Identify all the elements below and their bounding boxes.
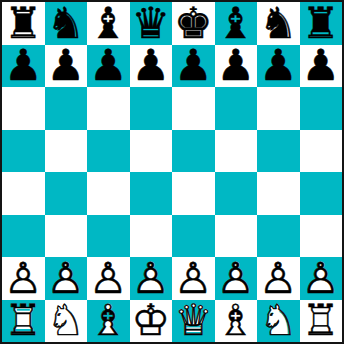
square-a3[interactable] [2, 215, 45, 258]
piece-black-pawn: ♟ [45, 45, 88, 88]
piece-white-rook: ♜♖ [2, 300, 45, 343]
piece-white-knight: ♞♘ [45, 300, 88, 343]
square-c6[interactable] [87, 87, 130, 130]
black-piece-glyph: ♜ [300, 2, 343, 45]
black-piece-glyph: ♞ [45, 2, 88, 45]
square-f2[interactable]: ♟♙ [215, 257, 258, 300]
piece-white-pawn: ♟♙ [87, 257, 130, 300]
piece-white-knight: ♞♘ [257, 300, 300, 343]
black-piece-glyph: ♟ [2, 45, 45, 88]
square-c4[interactable] [87, 172, 130, 215]
square-a7[interactable]: ♟ [2, 45, 45, 88]
square-g6[interactable] [257, 87, 300, 130]
black-piece-glyph: ♟ [87, 45, 130, 88]
piece-black-pawn: ♟ [130, 45, 173, 88]
white-piece-outline: ♙ [215, 257, 258, 300]
square-f7[interactable]: ♟ [215, 45, 258, 88]
square-f4[interactable] [215, 172, 258, 215]
square-e4[interactable] [172, 172, 215, 215]
square-h3[interactable] [300, 215, 343, 258]
square-c3[interactable] [87, 215, 130, 258]
white-piece-outline: ♙ [130, 257, 173, 300]
piece-white-pawn: ♟♙ [257, 257, 300, 300]
square-b8[interactable]: ♞ [45, 2, 88, 45]
black-piece-glyph: ♟ [45, 45, 88, 88]
piece-white-bishop: ♝♗ [87, 300, 130, 343]
square-c8[interactable]: ♝ [87, 2, 130, 45]
square-b5[interactable] [45, 130, 88, 173]
square-a6[interactable] [2, 87, 45, 130]
square-d5[interactable] [130, 130, 173, 173]
piece-white-pawn: ♟♙ [2, 257, 45, 300]
piece-black-pawn: ♟ [2, 45, 45, 88]
square-h5[interactable] [300, 130, 343, 173]
piece-black-knight: ♞ [45, 2, 88, 45]
square-b1[interactable]: ♞♘ [45, 300, 88, 343]
square-h4[interactable] [300, 172, 343, 215]
square-c1[interactable]: ♝♗ [87, 300, 130, 343]
black-piece-glyph: ♟ [300, 45, 343, 88]
square-h6[interactable] [300, 87, 343, 130]
chess-board: ♜♞♝♛♚♝♞♜♟♟♟♟♟♟♟♟♟♙♟♙♟♙♟♙♟♙♟♙♟♙♟♙♜♖♞♘♝♗♚♔… [0, 0, 344, 344]
white-piece-outline: ♗ [87, 300, 130, 343]
square-e5[interactable] [172, 130, 215, 173]
piece-black-queen: ♛ [130, 2, 173, 45]
black-piece-glyph: ♛ [130, 2, 173, 45]
square-h7[interactable]: ♟ [300, 45, 343, 88]
piece-white-pawn: ♟♙ [172, 257, 215, 300]
square-e1[interactable]: ♛♕ [172, 300, 215, 343]
square-d4[interactable] [130, 172, 173, 215]
square-b3[interactable] [45, 215, 88, 258]
white-piece-outline: ♘ [45, 300, 88, 343]
piece-black-rook: ♜ [2, 2, 45, 45]
square-d3[interactable] [130, 215, 173, 258]
piece-black-pawn: ♟ [87, 45, 130, 88]
black-piece-glyph: ♟ [172, 45, 215, 88]
square-g5[interactable] [257, 130, 300, 173]
square-a4[interactable] [2, 172, 45, 215]
piece-black-rook: ♜ [300, 2, 343, 45]
black-piece-glyph: ♝ [215, 2, 258, 45]
square-b2[interactable]: ♟♙ [45, 257, 88, 300]
square-h8[interactable]: ♜ [300, 2, 343, 45]
square-c7[interactable]: ♟ [87, 45, 130, 88]
white-piece-outline: ♕ [172, 300, 215, 343]
square-a8[interactable]: ♜ [2, 2, 45, 45]
square-a2[interactable]: ♟♙ [2, 257, 45, 300]
piece-white-queen: ♛♕ [172, 300, 215, 343]
square-a5[interactable] [2, 130, 45, 173]
square-e6[interactable] [172, 87, 215, 130]
white-piece-outline: ♙ [172, 257, 215, 300]
white-piece-outline: ♙ [257, 257, 300, 300]
black-piece-glyph: ♚ [172, 2, 215, 45]
black-piece-glyph: ♞ [257, 2, 300, 45]
piece-white-pawn: ♟♙ [45, 257, 88, 300]
square-b4[interactable] [45, 172, 88, 215]
piece-white-bishop: ♝♗ [215, 300, 258, 343]
square-e2[interactable]: ♟♙ [172, 257, 215, 300]
square-f3[interactable] [215, 215, 258, 258]
square-h2[interactable]: ♟♙ [300, 257, 343, 300]
square-g3[interactable] [257, 215, 300, 258]
square-f6[interactable] [215, 87, 258, 130]
white-piece-outline: ♖ [2, 300, 45, 343]
square-c5[interactable] [87, 130, 130, 173]
square-g2[interactable]: ♟♙ [257, 257, 300, 300]
piece-black-pawn: ♟ [257, 45, 300, 88]
white-piece-outline: ♔ [130, 300, 173, 343]
square-f1[interactable]: ♝♗ [215, 300, 258, 343]
square-e7[interactable]: ♟ [172, 45, 215, 88]
piece-white-king: ♚♔ [130, 300, 173, 343]
square-d1[interactable]: ♚♔ [130, 300, 173, 343]
square-c2[interactable]: ♟♙ [87, 257, 130, 300]
white-piece-outline: ♙ [300, 257, 343, 300]
square-b6[interactable] [45, 87, 88, 130]
black-piece-glyph: ♝ [87, 2, 130, 45]
white-piece-outline: ♖ [300, 300, 343, 343]
piece-black-bishop: ♝ [87, 2, 130, 45]
white-piece-outline: ♙ [2, 257, 45, 300]
piece-black-pawn: ♟ [172, 45, 215, 88]
white-piece-outline: ♗ [215, 300, 258, 343]
square-a1[interactable]: ♜♖ [2, 300, 45, 343]
white-piece-outline: ♘ [257, 300, 300, 343]
square-e3[interactable] [172, 215, 215, 258]
black-piece-glyph: ♟ [130, 45, 173, 88]
piece-white-pawn: ♟♙ [130, 257, 173, 300]
square-h1[interactable]: ♜♖ [300, 300, 343, 343]
white-piece-outline: ♙ [45, 257, 88, 300]
black-piece-glyph: ♟ [215, 45, 258, 88]
piece-white-pawn: ♟♙ [300, 257, 343, 300]
square-g7[interactable]: ♟ [257, 45, 300, 88]
black-piece-glyph: ♟ [257, 45, 300, 88]
square-d6[interactable] [130, 87, 173, 130]
square-b7[interactable]: ♟ [45, 45, 88, 88]
black-piece-glyph: ♜ [2, 2, 45, 45]
square-d7[interactable]: ♟ [130, 45, 173, 88]
piece-black-pawn: ♟ [300, 45, 343, 88]
white-piece-outline: ♙ [87, 257, 130, 300]
piece-black-king: ♚ [172, 2, 215, 45]
square-g8[interactable]: ♞ [257, 2, 300, 45]
square-d8[interactable]: ♛ [130, 2, 173, 45]
square-f8[interactable]: ♝ [215, 2, 258, 45]
square-g1[interactable]: ♞♘ [257, 300, 300, 343]
piece-white-pawn: ♟♙ [215, 257, 258, 300]
square-g4[interactable] [257, 172, 300, 215]
piece-black-knight: ♞ [257, 2, 300, 45]
piece-black-bishop: ♝ [215, 2, 258, 45]
piece-black-pawn: ♟ [215, 45, 258, 88]
piece-white-rook: ♜♖ [300, 300, 343, 343]
square-e8[interactable]: ♚ [172, 2, 215, 45]
chess-app: ♜♞♝♛♚♝♞♜♟♟♟♟♟♟♟♟♟♙♟♙♟♙♟♙♟♙♟♙♟♙♟♙♜♖♞♘♝♗♚♔… [0, 0, 344, 344]
square-d2[interactable]: ♟♙ [130, 257, 173, 300]
square-f5[interactable] [215, 130, 258, 173]
